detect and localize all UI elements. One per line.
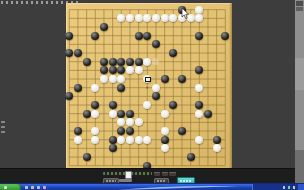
stone-black <box>178 6 186 14</box>
move-slider-handle[interactable] <box>125 171 132 179</box>
stone-black <box>126 110 134 118</box>
start-button[interactable] <box>0 184 21 190</box>
stone-white <box>109 110 117 118</box>
windows-taskbar <box>0 183 304 190</box>
strip-notch <box>295 58 304 90</box>
show-desktop-corner[interactable] <box>298 184 304 190</box>
stone-black <box>74 84 82 92</box>
stone-black <box>204 110 212 118</box>
stone-black <box>161 75 169 83</box>
stone-white <box>126 136 134 144</box>
stat-chip-2 <box>162 172 168 176</box>
stone-white-last-move-marked <box>143 75 151 83</box>
stone-white <box>161 127 169 135</box>
playback-controls <box>0 168 304 184</box>
stone-black <box>126 58 134 66</box>
stone-white <box>152 84 160 92</box>
button-blurred-label <box>106 180 116 182</box>
stone-black <box>109 136 117 144</box>
strip-notch <box>296 7 303 11</box>
go-app-window <box>0 0 304 183</box>
stone-black <box>83 110 91 118</box>
strip-notch <box>296 1 303 6</box>
stone-black <box>135 58 143 66</box>
stone-black <box>135 32 143 40</box>
go-board[interactable] <box>66 3 232 171</box>
stone-black <box>187 153 195 161</box>
tray-icon[interactable] <box>293 186 295 189</box>
button-blurred-label <box>157 180 166 182</box>
strip-notch <box>295 150 304 183</box>
stat-chip-3 <box>169 172 176 176</box>
side-tick-marks <box>1 119 5 133</box>
screen <box>0 0 304 190</box>
stone-black <box>100 58 108 66</box>
quicklaunch-icon[interactable] <box>25 186 28 189</box>
start-icon <box>4 186 7 189</box>
control-gray-label <box>119 179 132 182</box>
button-blurred-label <box>180 180 192 182</box>
tray-icon[interactable] <box>283 186 285 189</box>
stone-white <box>161 110 169 118</box>
stat-chip-1 <box>154 172 160 176</box>
stone-black <box>83 153 91 161</box>
quicklaunch-icon[interactable] <box>43 186 46 189</box>
stone-black <box>83 58 91 66</box>
stone-black <box>109 58 117 66</box>
stone-black <box>213 136 221 144</box>
quicklaunch-icon[interactable] <box>31 186 34 189</box>
quicklaunch-icon[interactable] <box>37 186 40 189</box>
stone-black <box>109 101 117 109</box>
stone-white <box>74 136 82 144</box>
stone-white <box>109 75 117 83</box>
right-scroll-strip[interactable] <box>295 0 304 183</box>
system-tray <box>252 184 299 190</box>
tray-icon[interactable] <box>288 186 290 189</box>
stone-white <box>135 136 143 144</box>
stone-black <box>161 136 169 144</box>
